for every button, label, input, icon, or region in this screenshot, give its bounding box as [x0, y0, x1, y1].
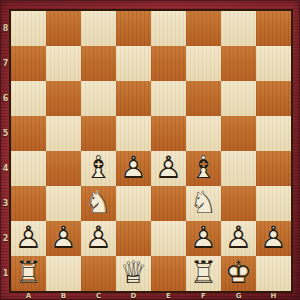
square-d4[interactable]: ♟♙ [116, 151, 151, 186]
square-c6[interactable] [81, 81, 116, 116]
white-knight-fill: ♞ [186, 185, 221, 220]
white-pawn-icon: ♙ [11, 220, 46, 255]
square-d7[interactable] [116, 46, 151, 81]
square-f2[interactable]: ♟♙ [186, 221, 221, 256]
square-e5[interactable] [151, 116, 186, 151]
square-c3[interactable]: ♞♘ [81, 186, 116, 221]
square-b7[interactable] [46, 46, 81, 81]
square-h2[interactable]: ♟♙ [256, 221, 291, 256]
white-pawn-icon: ♙ [221, 220, 256, 255]
white-pawn-fill: ♟ [256, 220, 291, 255]
square-h1[interactable] [256, 256, 291, 291]
square-g7[interactable] [221, 46, 256, 81]
square-c7[interactable] [81, 46, 116, 81]
square-d8[interactable] [116, 11, 151, 46]
square-c1[interactable] [81, 256, 116, 291]
rank-label-8: 8 [0, 11, 11, 46]
white-bishop-fill: ♝ [81, 150, 116, 185]
rank-label-7: 7 [0, 46, 11, 81]
square-d3[interactable] [116, 186, 151, 221]
square-f3[interactable]: ♞♘ [186, 186, 221, 221]
square-e7[interactable] [151, 46, 186, 81]
square-h3[interactable] [256, 186, 291, 221]
square-g8[interactable] [221, 11, 256, 46]
square-f6[interactable] [186, 81, 221, 116]
rank-label-3: 3 [0, 186, 11, 221]
file-label-f: F [186, 291, 221, 300]
white-pawn-fill: ♟ [11, 220, 46, 255]
white-rook-fill: ♜ [11, 255, 46, 290]
file-labels: ABCDEFGH [11, 291, 291, 300]
square-d1[interactable]: ♛♕ [116, 256, 151, 291]
square-a7[interactable] [11, 46, 46, 81]
square-h5[interactable] [256, 116, 291, 151]
square-e2[interactable] [151, 221, 186, 256]
square-c5[interactable] [81, 116, 116, 151]
square-g4[interactable] [221, 151, 256, 186]
square-g6[interactable] [221, 81, 256, 116]
file-label-c: C [81, 291, 116, 300]
file-label-h: H [256, 291, 291, 300]
square-e3[interactable] [151, 186, 186, 221]
square-g1[interactable]: ♚♔ [221, 256, 256, 291]
white-bishop-icon: ♗ [186, 150, 221, 185]
white-bishop-fill: ♝ [186, 150, 221, 185]
file-label-d: D [116, 291, 151, 300]
white-pawn-icon: ♙ [81, 220, 116, 255]
white-pawn-fill: ♟ [46, 220, 81, 255]
white-queen-fill: ♛ [116, 255, 151, 290]
white-pawn-icon: ♙ [116, 150, 151, 185]
square-h4[interactable] [256, 151, 291, 186]
square-f4[interactable]: ♝♗ [186, 151, 221, 186]
square-h7[interactable] [256, 46, 291, 81]
square-c8[interactable] [81, 11, 116, 46]
white-pawn-fill: ♟ [116, 150, 151, 185]
square-a3[interactable] [11, 186, 46, 221]
square-d6[interactable] [116, 81, 151, 116]
white-pawn-fill: ♟ [151, 150, 186, 185]
square-e4[interactable]: ♟♙ [151, 151, 186, 186]
rank-labels: 87654321 [0, 11, 11, 291]
square-b1[interactable] [46, 256, 81, 291]
square-f5[interactable] [186, 116, 221, 151]
white-king-icon: ♔ [221, 255, 256, 290]
rank-label-5: 5 [0, 116, 11, 151]
white-bishop-icon: ♗ [81, 150, 116, 185]
rank-label-6: 6 [0, 81, 11, 116]
square-b3[interactable] [46, 186, 81, 221]
rank-label-2: 2 [0, 221, 11, 256]
white-rook-fill: ♜ [186, 255, 221, 290]
square-f8[interactable] [186, 11, 221, 46]
file-label-a: A [11, 291, 46, 300]
square-e8[interactable] [151, 11, 186, 46]
square-a8[interactable] [11, 11, 46, 46]
square-f1[interactable]: ♜♖ [186, 256, 221, 291]
chess-board: ♝♗♟♙♟♙♝♗♞♘♞♘♟♙♟♙♟♙♟♙♟♙♟♙♜♖♛♕♜♖♚♔ [11, 11, 291, 291]
file-label-e: E [151, 291, 186, 300]
chess-board-frame: 87654321 ♝♗♟♙♟♙♝♗♞♘♞♘♟♙♟♙♟♙♟♙♟♙♟♙♜♖♛♕♜♖♚… [0, 0, 300, 300]
square-d2[interactable] [116, 221, 151, 256]
square-f7[interactable] [186, 46, 221, 81]
square-a6[interactable] [11, 81, 46, 116]
square-d5[interactable] [116, 116, 151, 151]
white-queen-icon: ♕ [116, 255, 151, 290]
square-a5[interactable] [11, 116, 46, 151]
white-pawn-fill: ♟ [221, 220, 256, 255]
square-e6[interactable] [151, 81, 186, 116]
white-rook-icon: ♖ [186, 255, 221, 290]
white-knight-icon: ♘ [186, 185, 221, 220]
file-label-g: G [221, 291, 256, 300]
white-knight-fill: ♞ [81, 185, 116, 220]
square-c4[interactable]: ♝♗ [81, 151, 116, 186]
white-rook-icon: ♖ [11, 255, 46, 290]
white-pawn-fill: ♟ [186, 220, 221, 255]
square-g5[interactable] [221, 116, 256, 151]
square-b6[interactable] [46, 81, 81, 116]
square-b5[interactable] [46, 116, 81, 151]
square-a4[interactable] [11, 151, 46, 186]
square-b2[interactable]: ♟♙ [46, 221, 81, 256]
rank-label-1: 1 [0, 256, 11, 291]
white-pawn-icon: ♙ [186, 220, 221, 255]
white-pawn-fill: ♟ [81, 220, 116, 255]
file-label-b: B [46, 291, 81, 300]
white-pawn-icon: ♙ [256, 220, 291, 255]
square-c2[interactable]: ♟♙ [81, 221, 116, 256]
square-a1[interactable]: ♜♖ [11, 256, 46, 291]
square-a2[interactable]: ♟♙ [11, 221, 46, 256]
white-pawn-icon: ♙ [151, 150, 186, 185]
white-pawn-icon: ♙ [46, 220, 81, 255]
square-h6[interactable] [256, 81, 291, 116]
rank-label-4: 4 [0, 151, 11, 186]
square-h8[interactable] [256, 11, 291, 46]
square-b8[interactable] [46, 11, 81, 46]
square-e1[interactable] [151, 256, 186, 291]
square-g3[interactable] [221, 186, 256, 221]
white-knight-icon: ♘ [81, 185, 116, 220]
white-king-fill: ♚ [221, 255, 256, 290]
square-b4[interactable] [46, 151, 81, 186]
square-g2[interactable]: ♟♙ [221, 221, 256, 256]
